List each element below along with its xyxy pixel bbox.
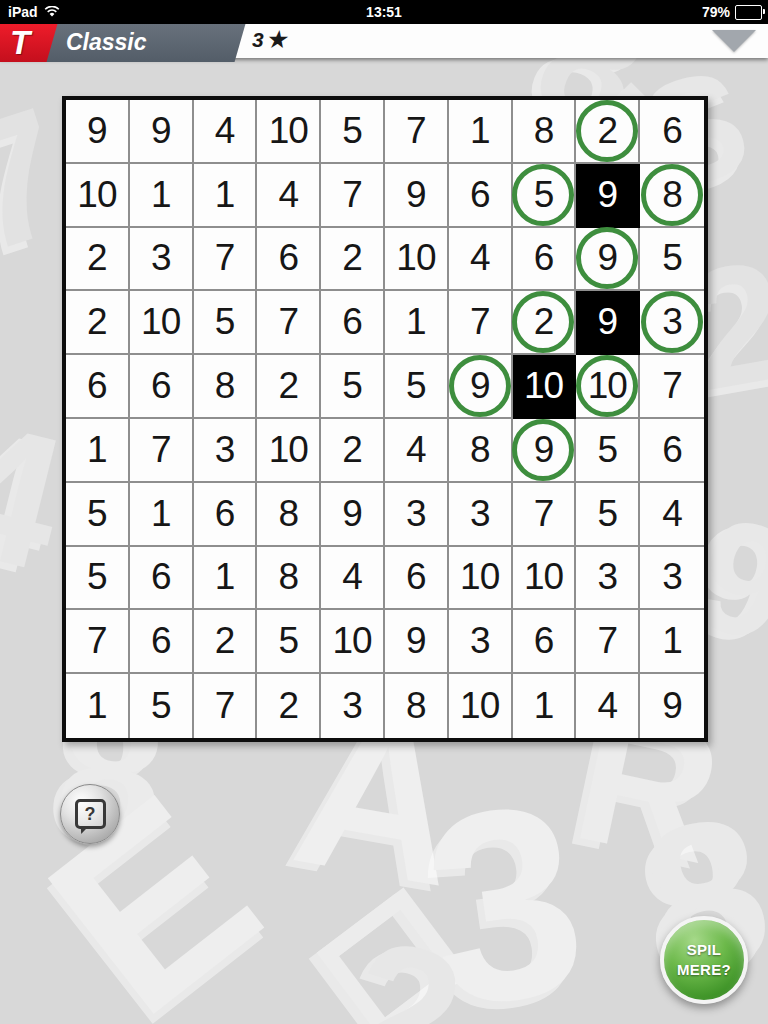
cell-value: 1: [151, 174, 171, 216]
cell-r4c6[interactable]: 1: [385, 291, 449, 355]
cell-value: 2: [215, 620, 235, 662]
cell-r3c9[interactable]: 9: [576, 228, 640, 292]
cell-value: 10: [269, 110, 308, 152]
cell-value: 5: [342, 365, 362, 407]
cell-value: 5: [215, 301, 235, 343]
cell-r9c1[interactable]: 7: [66, 610, 130, 674]
cell-r6c1[interactable]: 1: [66, 419, 130, 483]
cell-value: 7: [534, 493, 554, 535]
cell-value: 1: [215, 556, 235, 598]
cell-value: 3: [215, 429, 235, 471]
cell-r10c1[interactable]: 1: [66, 674, 130, 738]
cell-value: 7: [87, 620, 107, 662]
battery-percent-label: 79%: [702, 4, 730, 20]
cell-r3c4[interactable]: 6: [257, 228, 321, 292]
cell-r1c2[interactable]: 9: [130, 100, 194, 164]
cell-r3c2[interactable]: 3: [130, 228, 194, 292]
cell-r2c5[interactable]: 7: [321, 164, 385, 228]
cell-r4c4[interactable]: 7: [257, 291, 321, 355]
cell-value: 5: [598, 429, 618, 471]
cell-value: 1: [87, 685, 107, 727]
cell-r10c4[interactable]: 2: [257, 674, 321, 738]
cell-value: 6: [215, 493, 235, 535]
cell-value: 5: [598, 493, 618, 535]
cell-r3c8[interactable]: 6: [513, 228, 577, 292]
cell-r7c9[interactable]: 5: [576, 483, 640, 547]
cell-value: 3: [662, 556, 682, 598]
cell-value: 7: [470, 301, 490, 343]
cell-r2c6[interactable]: 9: [385, 164, 449, 228]
cell-r8c3[interactable]: 1: [194, 547, 258, 611]
cell-r1c3[interactable]: 4: [194, 100, 258, 164]
cell-r3c5[interactable]: 2: [321, 228, 385, 292]
cell-value: 6: [662, 429, 682, 471]
cell-value: 8: [662, 174, 682, 216]
cell-value: 10: [141, 301, 180, 343]
cell-value: 8: [406, 685, 426, 727]
cell-r6c2[interactable]: 7: [130, 419, 194, 483]
cell-value: 2: [279, 685, 299, 727]
help-glyph: ?: [85, 804, 96, 825]
cell-r5c1[interactable]: 6: [66, 355, 130, 419]
cell-r4c2[interactable]: 10: [130, 291, 194, 355]
cell-r6c9[interactable]: 5: [576, 419, 640, 483]
cell-r4c9[interactable]: 9: [576, 291, 640, 355]
cell-value: 5: [87, 493, 107, 535]
menu-dropdown-button[interactable]: [712, 30, 756, 54]
cell-r3c1[interactable]: 2: [66, 228, 130, 292]
cell-value: 7: [662, 365, 682, 407]
cell-r1c1[interactable]: 9: [66, 100, 130, 164]
cell-value: 8: [534, 110, 554, 152]
cell-value: 1: [87, 429, 107, 471]
question-icon: ?: [75, 799, 106, 829]
app-header: T Classic 3 ★: [0, 24, 768, 58]
cell-r10c9[interactable]: 4: [576, 674, 640, 738]
cell-r8c9[interactable]: 3: [576, 547, 640, 611]
cell-r2c3[interactable]: 1: [194, 164, 258, 228]
cell-r3c6[interactable]: 10: [385, 228, 449, 292]
cell-r5c7[interactable]: 9: [449, 355, 513, 419]
cell-r9c7[interactable]: 3: [449, 610, 513, 674]
cell-r7c10[interactable]: 4: [640, 483, 704, 547]
cell-value: 9: [598, 237, 618, 279]
cell-r2c2[interactable]: 1: [130, 164, 194, 228]
cell-value: 1: [151, 493, 171, 535]
cell-value: 2: [87, 301, 107, 343]
cell-r1c8[interactable]: 8: [513, 100, 577, 164]
cell-r8c2[interactable]: 6: [130, 547, 194, 611]
cell-r7c5[interactable]: 9: [321, 483, 385, 547]
cell-value: 5: [662, 237, 682, 279]
cell-value: 6: [534, 237, 554, 279]
cell-r2c8[interactable]: 5: [513, 164, 577, 228]
cell-value: 4: [598, 685, 618, 727]
cell-value: 6: [279, 237, 299, 279]
cell-value: 7: [151, 429, 171, 471]
cell-r6c7[interactable]: 8: [449, 419, 513, 483]
battery-icon: [735, 5, 762, 20]
cell-r5c8[interactable]: 10: [513, 355, 577, 419]
cell-value: 10: [524, 556, 563, 598]
cell-value: 5: [151, 685, 171, 727]
cell-r1c9[interactable]: 2: [576, 100, 640, 164]
chevron-down-icon: [712, 30, 756, 52]
cell-r6c5[interactable]: 2: [321, 419, 385, 483]
cell-value: 6: [662, 110, 682, 152]
cell-value: 3: [598, 556, 618, 598]
cell-value: 10: [460, 556, 499, 598]
cell-value: 9: [470, 365, 490, 407]
cell-r6c3[interactable]: 3: [194, 419, 258, 483]
cell-value: 6: [470, 174, 490, 216]
cell-value: 9: [406, 620, 426, 662]
cell-value: 10: [77, 174, 116, 216]
cell-r5c5[interactable]: 5: [321, 355, 385, 419]
cell-value: 5: [406, 365, 426, 407]
cell-value: 1: [470, 110, 490, 152]
cell-r4c10[interactable]: 3: [640, 291, 704, 355]
cell-value: 3: [406, 493, 426, 535]
cell-r4c3[interactable]: 5: [194, 291, 258, 355]
cell-value: 3: [342, 685, 362, 727]
difficulty-level: 3: [252, 28, 264, 52]
cell-value: 8: [470, 429, 490, 471]
cell-value: 9: [406, 174, 426, 216]
play-more-button[interactable]: SPIL MERE?: [660, 916, 748, 1004]
cell-r10c6[interactable]: 8: [385, 674, 449, 738]
cell-r7c1[interactable]: 5: [66, 483, 130, 547]
cell-value: 8: [279, 493, 299, 535]
cell-value: 10: [269, 429, 308, 471]
cell-r7c6[interactable]: 3: [385, 483, 449, 547]
cell-r7c8[interactable]: 7: [513, 483, 577, 547]
cell-value: 7: [279, 301, 299, 343]
cell-r7c2[interactable]: 1: [130, 483, 194, 547]
cell-value: 2: [342, 237, 362, 279]
cell-value: 8: [279, 556, 299, 598]
cell-value: 9: [662, 685, 682, 727]
cell-value: 6: [151, 620, 171, 662]
cell-value: 6: [406, 556, 426, 598]
cell-r9c8[interactable]: 6: [513, 610, 577, 674]
play-more-label: SPIL MERE?: [673, 940, 735, 981]
cell-r3c3[interactable]: 7: [194, 228, 258, 292]
cell-value: 1: [534, 685, 554, 727]
cell-value: 3: [470, 493, 490, 535]
cell-r4c5[interactable]: 6: [321, 291, 385, 355]
cell-r4c8[interactable]: 2: [513, 291, 577, 355]
cell-value: 2: [87, 237, 107, 279]
cell-r2c10[interactable]: 8: [640, 164, 704, 228]
cell-value: 3: [662, 301, 682, 343]
cell-value: 4: [662, 493, 682, 535]
status-right: 79%: [702, 0, 762, 24]
cell-r9c5[interactable]: 10: [321, 610, 385, 674]
cell-value: 5: [87, 556, 107, 598]
cell-value: 6: [87, 365, 107, 407]
cell-r10c2[interactable]: 5: [130, 674, 194, 738]
cell-value: 4: [215, 110, 235, 152]
cell-value: 5: [279, 620, 299, 662]
cell-value: 7: [406, 110, 426, 152]
cell-value: 4: [406, 429, 426, 471]
cell-r8c5[interactable]: 4: [321, 547, 385, 611]
cell-value: 9: [534, 429, 554, 471]
cell-value: 9: [342, 493, 362, 535]
page-title: Classic: [66, 24, 147, 62]
cell-r3c7[interactable]: 4: [449, 228, 513, 292]
cell-value: 10: [333, 620, 372, 662]
cell-value: 2: [279, 365, 299, 407]
cell-r5c6[interactable]: 5: [385, 355, 449, 419]
cell-value: 10: [460, 685, 499, 727]
cell-value: 10: [524, 365, 563, 407]
cell-value: 1: [662, 620, 682, 662]
cell-r8c1[interactable]: 5: [66, 547, 130, 611]
cell-r6c8[interactable]: 9: [513, 419, 577, 483]
cell-r8c8[interactable]: 10: [513, 547, 577, 611]
cell-r4c1[interactable]: 2: [66, 291, 130, 355]
logo-letter: T: [10, 24, 30, 62]
cell-value: 9: [598, 174, 618, 216]
cell-value: 7: [215, 237, 235, 279]
cell-value: 2: [598, 110, 618, 152]
cell-r9c10[interactable]: 1: [640, 610, 704, 674]
cell-r1c4[interactable]: 10: [257, 100, 321, 164]
cell-r7c4[interactable]: 8: [257, 483, 321, 547]
cell-r5c9[interactable]: 10: [576, 355, 640, 419]
cell-value: 7: [598, 620, 618, 662]
pattern-glyph: E: [11, 755, 296, 1024]
star-icon: ★: [265, 27, 291, 52]
cell-r8c4[interactable]: 8: [257, 547, 321, 611]
cell-value: 4: [279, 174, 299, 216]
cell-r2c4[interactable]: 4: [257, 164, 321, 228]
cell-r10c5[interactable]: 3: [321, 674, 385, 738]
puzzle-grid: 9941057182610114796598237621046952105761…: [62, 96, 708, 742]
cell-r1c7[interactable]: 1: [449, 100, 513, 164]
cell-r2c1[interactable]: 10: [66, 164, 130, 228]
cell-r5c3[interactable]: 8: [194, 355, 258, 419]
cell-r8c6[interactable]: 6: [385, 547, 449, 611]
cell-r7c7[interactable]: 3: [449, 483, 513, 547]
cell-r9c6[interactable]: 9: [385, 610, 449, 674]
cell-value: 2: [534, 301, 554, 343]
cell-r1c5[interactable]: 5: [321, 100, 385, 164]
cell-value: 10: [588, 365, 627, 407]
cell-value: 4: [470, 237, 490, 279]
cell-r5c10[interactable]: 7: [640, 355, 704, 419]
cell-value: 6: [534, 620, 554, 662]
cell-value: 1: [406, 301, 426, 343]
cell-value: 8: [215, 365, 235, 407]
cell-r6c10[interactable]: 6: [640, 419, 704, 483]
cell-r10c10[interactable]: 9: [640, 674, 704, 738]
cell-r1c6[interactable]: 7: [385, 100, 449, 164]
cell-value: 5: [342, 110, 362, 152]
cell-value: 2: [342, 429, 362, 471]
cell-r9c9[interactable]: 7: [576, 610, 640, 674]
cell-value: 6: [151, 556, 171, 598]
cell-r6c6[interactable]: 4: [385, 419, 449, 483]
cell-value: 3: [151, 237, 171, 279]
difficulty-badge: 3 ★: [252, 27, 289, 52]
cell-r5c2[interactable]: 6: [130, 355, 194, 419]
cell-value: 7: [342, 174, 362, 216]
cell-value: 9: [151, 110, 171, 152]
cell-r5c4[interactable]: 2: [257, 355, 321, 419]
cell-r8c10[interactable]: 3: [640, 547, 704, 611]
cell-value: 6: [342, 301, 362, 343]
cell-r3c10[interactable]: 5: [640, 228, 704, 292]
cell-r9c3[interactable]: 2: [194, 610, 258, 674]
cell-r2c7[interactable]: 6: [449, 164, 513, 228]
help-button[interactable]: ?: [60, 784, 120, 844]
cell-r7c3[interactable]: 6: [194, 483, 258, 547]
cell-r10c7[interactable]: 10: [449, 674, 513, 738]
clock-label: 13:51: [0, 4, 768, 20]
status-bar: iPad 13:51 79%: [0, 0, 768, 24]
cell-r8c7[interactable]: 10: [449, 547, 513, 611]
cell-value: 9: [87, 110, 107, 152]
cell-value: 1: [215, 174, 235, 216]
cell-r9c4[interactable]: 5: [257, 610, 321, 674]
cell-r10c8[interactable]: 1: [513, 674, 577, 738]
cell-r1c10[interactable]: 6: [640, 100, 704, 164]
cell-r2c9[interactable]: 9: [576, 164, 640, 228]
cell-r10c3[interactable]: 7: [194, 674, 258, 738]
cell-value: 3: [470, 620, 490, 662]
cell-r9c2[interactable]: 6: [130, 610, 194, 674]
cell-value: 7: [215, 685, 235, 727]
cell-value: 5: [534, 174, 554, 216]
cell-value: 9: [598, 301, 618, 343]
cell-value: 6: [151, 365, 171, 407]
cell-value: 4: [342, 556, 362, 598]
cell-value: 10: [396, 237, 435, 279]
cell-r6c4[interactable]: 10: [257, 419, 321, 483]
cell-r4c7[interactable]: 7: [449, 291, 513, 355]
